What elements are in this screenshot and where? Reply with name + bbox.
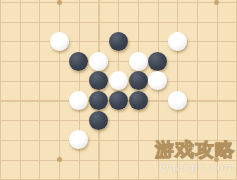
stone-black[interactable] bbox=[128, 91, 148, 111]
stone-white[interactable] bbox=[168, 32, 188, 52]
stone-white-glyph bbox=[89, 52, 108, 71]
stone-white-glyph bbox=[69, 91, 88, 110]
stone-white[interactable] bbox=[168, 91, 188, 111]
stone-black-glyph bbox=[109, 32, 128, 51]
star-point bbox=[49, 0, 69, 12]
stone-white-glyph bbox=[129, 52, 148, 71]
stone-white[interactable] bbox=[89, 51, 109, 71]
stone-black[interactable] bbox=[128, 71, 148, 91]
stone-black[interactable] bbox=[89, 110, 109, 130]
star-point-dot bbox=[57, 0, 62, 5]
stone-white[interactable] bbox=[148, 71, 168, 91]
stone-white-glyph bbox=[50, 32, 69, 51]
star-point-dot bbox=[214, 0, 219, 5]
stone-white[interactable] bbox=[49, 32, 69, 52]
star-point bbox=[207, 0, 227, 12]
stone-black[interactable] bbox=[148, 51, 168, 71]
stone-white-glyph bbox=[109, 71, 128, 90]
stone-black-glyph bbox=[129, 71, 148, 90]
watermark: 游戏攻略 Qqaiqin.com bbox=[155, 140, 235, 173]
stone-black-glyph bbox=[148, 52, 167, 71]
stone-white[interactable] bbox=[69, 130, 89, 150]
watermark-url: Qqaiqin.com bbox=[155, 161, 235, 173]
gomoku-board[interactable]: 游戏攻略 Qqaiqin.com bbox=[0, 0, 237, 180]
stone-black[interactable] bbox=[108, 91, 128, 111]
stone-black-glyph bbox=[109, 91, 128, 110]
stone-white-glyph bbox=[168, 32, 187, 51]
stone-black[interactable] bbox=[89, 71, 109, 91]
stone-black-glyph bbox=[89, 71, 108, 90]
stone-black-glyph bbox=[129, 91, 148, 110]
stone-white[interactable] bbox=[108, 71, 128, 91]
stone-white[interactable] bbox=[69, 91, 89, 111]
stone-black[interactable] bbox=[69, 51, 89, 71]
stone-black-glyph bbox=[69, 52, 88, 71]
stone-white-glyph bbox=[148, 71, 167, 90]
stone-black-glyph bbox=[89, 111, 108, 130]
watermark-title: 游戏攻略 bbox=[155, 140, 235, 160]
stone-white[interactable] bbox=[128, 51, 148, 71]
stone-black-glyph bbox=[89, 91, 108, 110]
stone-white-glyph bbox=[69, 130, 88, 149]
star-point bbox=[49, 150, 69, 170]
stone-black[interactable] bbox=[108, 32, 128, 52]
star-point-dot bbox=[57, 157, 62, 162]
stone-white-glyph bbox=[168, 91, 187, 110]
stone-black[interactable] bbox=[89, 91, 109, 111]
